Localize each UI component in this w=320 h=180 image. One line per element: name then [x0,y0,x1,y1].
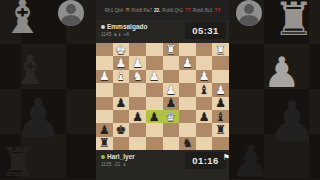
move-text: Rxb6 Qh1 [162,8,183,13]
square[interactable] [96,83,113,96]
square[interactable]: ♟ [196,70,213,83]
player-top: Emmsalgado 1145 ♞♝ +6 05:31 [96,21,229,43]
player-top-name: Emmsalgado [107,23,147,30]
square[interactable]: ♜ [96,137,113,150]
square[interactable]: ♟ [146,70,163,83]
square[interactable] [129,137,146,150]
square[interactable] [146,43,163,56]
square[interactable] [212,137,229,150]
annotation-dubious: ?! [125,8,129,13]
square[interactable]: ♜ [212,123,229,136]
square[interactable]: ♛ [163,110,180,123]
square[interactable] [146,123,163,136]
square[interactable]: ♟ [163,83,180,96]
square[interactable]: ♝ [113,70,130,83]
square[interactable]: ♝ [196,83,213,96]
square[interactable]: ♟ [96,70,113,83]
square[interactable]: ♟ [113,97,130,110]
move-text: Rxb8 Ra7 [132,8,152,13]
move-number: 22. [154,8,160,13]
square[interactable] [113,110,130,123]
black-rook-piece: ♜ [215,124,226,136]
player-top-nameline: Emmsalgado [101,23,147,30]
square[interactable] [129,97,146,110]
short-frame: ♝ ♝ ♟ ♜ ♜ ♟ ♟ ♟ Rh1 Qb4?! Rxb8 Ra7 22. R… [0,0,320,180]
black-pawn-piece: ♟ [215,97,226,109]
square[interactable] [146,83,163,96]
square[interactable]: ♟ [179,56,196,69]
square[interactable] [113,83,130,96]
white-pawn-piece: ♟ [116,57,127,69]
player-top-subline: 1145 ♞♝ +6 [101,32,129,37]
move-text: Rh1 Qb4 [105,8,123,13]
flag-icon: ⚑ [223,153,230,162]
clock-top: 05:31 [185,22,226,39]
player-bottom-rating: 1135 [101,162,111,167]
square[interactable] [196,97,213,110]
annotation-blunder: ?? [185,8,191,13]
player-bottom-nameline: Hari_Iyer [101,153,135,160]
chess-board: ♚♜♜♟♟♟♟♝♞♟♟♟♝♟♟♟♟♟♟♛♟♝♟♚♜♜♞ [96,43,229,150]
square[interactable]: ♟ [96,123,113,136]
background-rook-icon: ♜ [0,142,36,180]
square[interactable] [196,137,213,150]
white-pawn-piece: ♟ [182,57,193,69]
rating-change: -21 [113,162,120,167]
annotation-blunder: ?? [215,8,221,13]
black-knight-piece: ♞ [182,137,193,149]
online-dot-icon [101,25,105,29]
square[interactable]: ♚ [113,43,130,56]
square[interactable] [179,43,196,56]
square[interactable]: ♟ [146,110,163,123]
captured-pieces: ♝ [122,162,126,167]
square[interactable]: ♝ [212,110,229,123]
white-pawn-piece: ♟ [165,84,176,96]
square[interactable] [163,56,180,69]
player-bottom-subline: 1135 -21 ♝ [101,162,126,167]
black-rook-piece: ♜ [99,137,110,149]
background-right-strip: ♜ ♟ ♟ ♟ [229,0,320,180]
square[interactable] [196,43,213,56]
background-dark-bishop-icon: ♝ [12,50,48,90]
square[interactable] [146,56,163,69]
square[interactable] [146,137,163,150]
square[interactable]: ♟ [196,110,213,123]
square[interactable] [163,137,180,150]
avatar [58,0,84,26]
player-bottom: Hari_Iyer 1135 -21 ♝ 01:16 ⚑ [96,151,229,173]
white-pawn-piece: ♟ [149,70,160,82]
square[interactable]: ♟ [212,97,229,110]
white-pawn-piece: ♟ [215,84,226,96]
black-bishop-piece: ♝ [215,111,226,123]
square[interactable] [179,83,196,96]
white-bishop-piece: ♝ [116,70,127,82]
avatar [236,0,262,26]
square[interactable] [163,123,180,136]
white-pawn-piece: ♟ [132,57,143,69]
move-text: Rxb6 Bc1 [193,8,213,13]
square[interactable]: ♜ [212,43,229,56]
background-left-strip: ♝ ♝ ♟ ♜ [0,0,96,180]
black-pawn-piece: ♟ [149,111,160,123]
square[interactable] [96,43,113,56]
black-pawn-piece: ♟ [199,111,210,123]
player-top-rating: 1145 [101,32,111,37]
square[interactable] [96,110,113,123]
player-bottom-name: Hari_Iyer [107,153,135,160]
square[interactable] [179,123,196,136]
white-rook-piece: ♜ [165,44,176,56]
background-black-pawn-icon: ♟ [231,140,270,180]
square[interactable] [212,56,229,69]
square[interactable] [129,43,146,56]
square[interactable] [196,56,213,69]
background-bishop-icon: ♝ [2,0,43,40]
white-queen-piece: ♛ [165,111,176,123]
square[interactable]: ♚ [113,123,130,136]
square[interactable] [163,70,180,83]
white-rook-piece: ♜ [215,44,226,56]
black-bishop-piece: ♝ [199,84,210,96]
square[interactable]: ♟ [163,97,180,110]
square[interactable]: ♞ [129,70,146,83]
square[interactable] [113,137,130,150]
square[interactable] [196,123,213,136]
background-black-pawn-icon: ♟ [14,92,62,146]
white-knight-piece: ♞ [132,70,143,82]
square[interactable] [129,123,146,136]
square[interactable] [212,70,229,83]
square[interactable]: ♟ [113,56,130,69]
square[interactable]: ♞ [179,137,196,150]
square[interactable]: ♜ [163,43,180,56]
white-pawn-piece: ♟ [199,70,210,82]
square[interactable] [179,70,196,83]
black-pawn-piece: ♟ [116,97,127,109]
white-pawn-piece: ♟ [99,70,110,82]
square[interactable] [179,110,196,123]
background-white-pawn-icon: ♟ [263,52,301,94]
square[interactable] [146,97,163,110]
chess-app-column: Rh1 Qb4?! Rxb8 Ra7 22. Rxb6 Qh1?? Rxb6 B… [96,0,229,180]
captured-pieces: ♞♝ [113,32,121,37]
square[interactable]: ♟ [129,110,146,123]
black-king-piece: ♚ [116,124,127,136]
black-pawn-piece: ♟ [99,124,110,136]
background-rook-icon: ♜ [273,0,314,42]
black-pawn-piece: ♟ [132,111,143,123]
square[interactable] [96,97,113,110]
clock-bottom: 01:16 [185,152,226,169]
move-list[interactable]: Rh1 Qb4?! Rxb8 Ra7 22. Rxb6 Qh1?? Rxb6 B… [96,0,229,20]
square[interactable] [179,97,196,110]
black-pawn-piece: ♟ [165,97,176,109]
material-advantage: +6 [124,32,129,37]
background-black-pawn-icon: ♟ [267,94,317,150]
white-king-piece: ♚ [116,44,127,56]
online-dot-icon [101,155,105,159]
square[interactable]: ♟ [212,83,229,96]
square[interactable]: ♟ [129,56,146,69]
square[interactable] [129,83,146,96]
square[interactable] [96,56,113,69]
